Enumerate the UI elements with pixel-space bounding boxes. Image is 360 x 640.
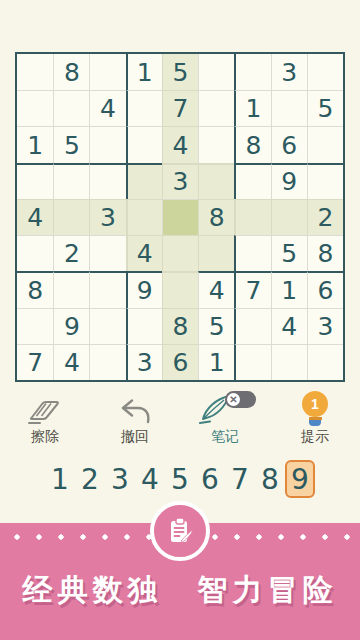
cell-r1c1[interactable] (17, 54, 53, 90)
sudoku-app: 815347151548639438224588947169854374361 … (0, 0, 360, 640)
cell-r7c2[interactable] (53, 271, 89, 307)
cell-r5c6[interactable]: 8 (198, 199, 234, 235)
cell-r2c9[interactable]: 5 (307, 90, 343, 126)
cell-r9c5[interactable]: 6 (162, 344, 198, 380)
cell-r2c5[interactable]: 7 (162, 90, 198, 126)
clipboard-pen-icon (164, 515, 196, 547)
notes-button[interactable]: ✕ 笔记 (180, 388, 270, 450)
cell-r3c5[interactable]: 4 (162, 126, 198, 162)
notes-toggle-off[interactable]: ✕ (225, 391, 256, 408)
cell-r1c3[interactable] (89, 54, 125, 90)
promo-banner[interactable]: 经典数独 智力冒险 (0, 523, 360, 640)
cell-r4c1[interactable] (17, 163, 53, 199)
cell-r2c1[interactable] (17, 90, 53, 126)
cell-r1c7[interactable] (234, 54, 270, 90)
numpad-key-7[interactable]: 7 (225, 460, 255, 498)
cell-r9c1[interactable]: 7 (17, 344, 53, 380)
undo-label: 撤回 (121, 428, 149, 446)
hint-button[interactable]: 1 提示 (270, 388, 360, 450)
cell-r8c5[interactable]: 8 (162, 308, 198, 344)
numpad-key-1[interactable]: 1 (45, 460, 75, 498)
cell-r9c7[interactable] (234, 344, 270, 380)
notes-label: 笔记 (211, 428, 239, 446)
eraser-icon (27, 390, 63, 426)
cell-r3c7[interactable]: 8 (234, 126, 270, 162)
erase-button[interactable]: 擦除 (0, 388, 90, 450)
cell-r3c1[interactable]: 1 (17, 126, 53, 162)
cell-r4c6[interactable] (198, 163, 234, 199)
cell-r8c6[interactable]: 5 (198, 308, 234, 344)
cell-r5c8[interactable] (271, 199, 307, 235)
numpad-key-4[interactable]: 4 (135, 460, 165, 498)
erase-label: 擦除 (31, 428, 59, 446)
cell-r7c1[interactable]: 8 (17, 271, 53, 307)
cell-r5c1[interactable]: 4 (17, 199, 53, 235)
cell-r6c7[interactable] (234, 235, 270, 271)
cell-r6c8[interactable]: 5 (271, 235, 307, 271)
numpad-key-9[interactable]: 9 (285, 460, 315, 498)
cell-r2c7[interactable]: 1 (234, 90, 270, 126)
cell-r4c5[interactable]: 3 (162, 163, 198, 199)
cell-r5c7[interactable] (234, 199, 270, 235)
cell-r5c9[interactable]: 2 (307, 199, 343, 235)
cell-r9c6[interactable]: 1 (198, 344, 234, 380)
cell-r7c5[interactable] (162, 271, 198, 307)
cell-r9c3[interactable] (89, 344, 125, 380)
cell-r7c6[interactable]: 4 (198, 271, 234, 307)
hint-label: 提示 (301, 428, 329, 446)
cell-r9c2[interactable]: 4 (53, 344, 89, 380)
cell-r2c8[interactable] (271, 90, 307, 126)
cell-r7c3[interactable] (89, 271, 125, 307)
cell-r8c3[interactable] (89, 308, 125, 344)
cell-r6c9[interactable]: 8 (307, 235, 343, 271)
numpad-key-3[interactable]: 3 (105, 460, 135, 498)
cell-r7c9[interactable]: 6 (307, 271, 343, 307)
cell-r6c2[interactable]: 2 (53, 235, 89, 271)
cell-r9c9[interactable] (307, 344, 343, 380)
cell-r9c8[interactable] (271, 344, 307, 380)
cell-r6c6[interactable] (198, 235, 234, 271)
cell-r1c9[interactable] (307, 54, 343, 90)
cell-r5c4[interactable] (126, 199, 162, 235)
toggle-x-icon: ✕ (227, 393, 240, 406)
cell-r4c4[interactable] (126, 163, 162, 199)
cell-r3c6[interactable] (198, 126, 234, 162)
cell-r2c3[interactable]: 4 (89, 90, 125, 126)
cell-r4c3[interactable] (89, 163, 125, 199)
cell-r3c8[interactable]: 6 (271, 126, 307, 162)
cell-r8c7[interactable] (234, 308, 270, 344)
hint-count-badge: 1 (302, 391, 328, 417)
sudoku-board: 815347151548639438224588947169854374361 (15, 52, 345, 382)
cell-r2c2[interactable] (53, 90, 89, 126)
cell-r7c4[interactable]: 9 (126, 271, 162, 307)
numpad-key-2[interactable]: 2 (75, 460, 105, 498)
numpad-key-5[interactable]: 5 (165, 460, 195, 498)
cell-r3c2[interactable]: 5 (53, 126, 89, 162)
cell-r8c8[interactable]: 4 (271, 308, 307, 344)
cell-r5c5[interactable] (162, 199, 198, 235)
cell-r6c5[interactable] (162, 235, 198, 271)
cell-r6c1[interactable] (17, 235, 53, 271)
clipboard-pen-badge (150, 501, 210, 561)
undo-arrow-icon (117, 390, 153, 426)
cell-r1c8[interactable]: 3 (271, 54, 307, 90)
cell-r9c4[interactable]: 3 (126, 344, 162, 380)
cell-r4c8[interactable]: 9 (271, 163, 307, 199)
cell-r8c4[interactable] (126, 308, 162, 344)
numpad-key-8[interactable]: 8 (255, 460, 285, 498)
cell-r8c1[interactable] (17, 308, 53, 344)
cell-r4c7[interactable] (234, 163, 270, 199)
cell-r6c3[interactable] (89, 235, 125, 271)
cell-r6c4[interactable]: 4 (126, 235, 162, 271)
toolbar: 擦除 撤回 ✕ 笔记 (0, 388, 360, 450)
cell-r8c9[interactable]: 3 (307, 308, 343, 344)
cell-r7c8[interactable]: 1 (271, 271, 307, 307)
banner-title: 经典数独 智力冒险 (0, 570, 360, 611)
cell-r4c9[interactable] (307, 163, 343, 199)
cell-r1c5[interactable]: 5 (162, 54, 198, 90)
cell-r3c4[interactable] (126, 126, 162, 162)
cell-r2c6[interactable] (198, 90, 234, 126)
cell-r1c6[interactable] (198, 54, 234, 90)
cell-r5c2[interactable] (53, 199, 89, 235)
cell-r3c9[interactable] (307, 126, 343, 162)
cell-r1c2[interactable]: 8 (53, 54, 89, 90)
cell-r4c2[interactable] (53, 163, 89, 199)
lightbulb-icon: 1 (302, 390, 328, 426)
cell-r3c3[interactable] (89, 126, 125, 162)
undo-button[interactable]: 撤回 (90, 388, 180, 450)
cell-r5c3[interactable]: 3 (89, 199, 125, 235)
numpad-key-6[interactable]: 6 (195, 460, 225, 498)
cell-r7c7[interactable]: 7 (234, 271, 270, 307)
cell-r1c4[interactable]: 1 (126, 54, 162, 90)
cell-r8c2[interactable]: 9 (53, 308, 89, 344)
cell-r2c4[interactable] (126, 90, 162, 126)
number-pad: 123456789 (0, 456, 360, 502)
